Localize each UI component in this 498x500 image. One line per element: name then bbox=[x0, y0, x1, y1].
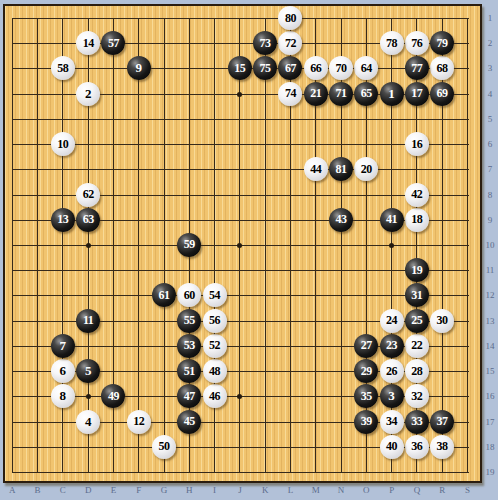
go-stone[interactable]: 63 bbox=[76, 208, 100, 232]
row-label: 4 bbox=[482, 89, 498, 100]
go-stone[interactable]: 53 bbox=[177, 334, 201, 358]
go-stone[interactable]: 38 bbox=[430, 435, 454, 459]
go-stone[interactable]: 11 bbox=[76, 309, 100, 333]
column-label: S bbox=[460, 485, 476, 496]
column-label: R bbox=[434, 485, 450, 496]
go-stone[interactable]: 37 bbox=[430, 410, 454, 434]
go-stone[interactable]: 54 bbox=[203, 283, 227, 307]
go-stone[interactable]: 81 bbox=[329, 157, 353, 181]
go-stone[interactable]: 76 bbox=[405, 31, 429, 55]
go-stone[interactable]: 61 bbox=[152, 283, 176, 307]
row-label: 2 bbox=[482, 38, 498, 49]
column-label: E bbox=[105, 485, 121, 496]
go-stone[interactable]: 9 bbox=[127, 56, 151, 80]
row-label: 9 bbox=[482, 215, 498, 226]
go-stone[interactable]: 4 bbox=[76, 410, 100, 434]
row-label: 19 bbox=[482, 467, 498, 478]
column-label: B bbox=[30, 485, 46, 496]
go-board[interactable]: 1234567891011121314151617181920212223242… bbox=[3, 4, 482, 483]
go-stone[interactable]: 6 bbox=[51, 359, 75, 383]
go-stone[interactable]: 18 bbox=[405, 208, 429, 232]
row-label: 5 bbox=[482, 114, 498, 125]
column-label: M bbox=[308, 485, 324, 496]
column-label: F bbox=[131, 485, 147, 496]
go-stone[interactable]: 30 bbox=[430, 309, 454, 333]
go-stone[interactable]: 55 bbox=[177, 309, 201, 333]
go-stone[interactable]: 52 bbox=[203, 334, 227, 358]
go-stone[interactable]: 23 bbox=[380, 334, 404, 358]
go-stone[interactable]: 45 bbox=[177, 410, 201, 434]
row-label: 10 bbox=[482, 240, 498, 251]
go-stone[interactable]: 50 bbox=[152, 435, 176, 459]
go-stone[interactable]: 66 bbox=[304, 56, 328, 80]
row-label: 16 bbox=[482, 391, 498, 402]
row-label: 1 bbox=[482, 13, 498, 24]
go-stone[interactable]: 64 bbox=[354, 56, 378, 80]
column-label: L bbox=[282, 485, 298, 496]
go-stone[interactable]: 69 bbox=[430, 82, 454, 106]
column-label: O bbox=[358, 485, 374, 496]
go-stone[interactable]: 71 bbox=[329, 82, 353, 106]
go-stone[interactable]: 33 bbox=[405, 410, 429, 434]
row-label: 11 bbox=[482, 265, 498, 276]
go-stone[interactable]: 44 bbox=[304, 157, 328, 181]
row-label: 8 bbox=[482, 190, 498, 201]
go-stone[interactable]: 26 bbox=[380, 359, 404, 383]
row-label: 3 bbox=[482, 63, 498, 74]
row-labels: 12345678910111213141516171819 bbox=[482, 0, 498, 500]
column-labels: ABCDEFGHIJKLMNOPQRS bbox=[0, 485, 498, 499]
go-stone[interactable]: 79 bbox=[430, 31, 454, 55]
go-stone[interactable]: 68 bbox=[430, 56, 454, 80]
go-stone[interactable]: 32 bbox=[405, 384, 429, 408]
go-stone[interactable]: 31 bbox=[405, 283, 429, 307]
go-stone[interactable]: 80 bbox=[278, 6, 302, 30]
column-label: C bbox=[55, 485, 71, 496]
column-label: P bbox=[384, 485, 400, 496]
go-stone[interactable]: 48 bbox=[203, 359, 227, 383]
go-stone[interactable]: 21 bbox=[304, 82, 328, 106]
go-stone[interactable]: 3 bbox=[380, 384, 404, 408]
go-stone[interactable]: 77 bbox=[405, 56, 429, 80]
go-stone[interactable]: 20 bbox=[354, 157, 378, 181]
column-label: N bbox=[333, 485, 349, 496]
go-stone[interactable]: 78 bbox=[380, 31, 404, 55]
go-stone[interactable]: 41 bbox=[380, 208, 404, 232]
go-stone[interactable]: 25 bbox=[405, 309, 429, 333]
column-label: D bbox=[80, 485, 96, 496]
column-label: G bbox=[156, 485, 172, 496]
go-stone[interactable]: 17 bbox=[405, 82, 429, 106]
go-stone[interactable]: 58 bbox=[51, 56, 75, 80]
go-stone[interactable]: 27 bbox=[354, 334, 378, 358]
go-stone[interactable]: 72 bbox=[278, 31, 302, 55]
column-label: Q bbox=[409, 485, 425, 496]
go-stone[interactable]: 1 bbox=[380, 82, 404, 106]
go-stone[interactable]: 28 bbox=[405, 359, 429, 383]
row-label: 7 bbox=[482, 164, 498, 175]
row-label: 6 bbox=[482, 139, 498, 150]
go-stone[interactable]: 24 bbox=[380, 309, 404, 333]
go-stone[interactable]: 57 bbox=[101, 31, 125, 55]
go-stone[interactable]: 62 bbox=[76, 183, 100, 207]
go-stone[interactable]: 36 bbox=[405, 435, 429, 459]
go-stone[interactable]: 47 bbox=[177, 384, 201, 408]
go-stone[interactable]: 49 bbox=[101, 384, 125, 408]
go-stone[interactable]: 51 bbox=[177, 359, 201, 383]
go-stone[interactable]: 22 bbox=[405, 334, 429, 358]
column-label: I bbox=[207, 485, 223, 496]
go-stone[interactable]: 60 bbox=[177, 283, 201, 307]
go-stone[interactable]: 15 bbox=[228, 56, 252, 80]
go-stone[interactable]: 14 bbox=[76, 31, 100, 55]
go-stone[interactable]: 35 bbox=[354, 384, 378, 408]
stones-grid: 1234567891011121314151617181920212223242… bbox=[0, 5, 480, 484]
go-stone[interactable]: 16 bbox=[405, 132, 429, 156]
row-label: 17 bbox=[482, 417, 498, 428]
go-stone[interactable]: 12 bbox=[127, 410, 151, 434]
go-stone[interactable]: 40 bbox=[380, 435, 404, 459]
go-stone[interactable]: 42 bbox=[405, 183, 429, 207]
row-label: 13 bbox=[482, 316, 498, 327]
go-diagram-page: 1234567891011121314151617181920212223242… bbox=[0, 0, 498, 500]
go-stone[interactable]: 7 bbox=[51, 334, 75, 358]
column-label: K bbox=[257, 485, 273, 496]
row-label: 12 bbox=[482, 290, 498, 301]
column-label: A bbox=[4, 485, 20, 496]
column-label: H bbox=[181, 485, 197, 496]
go-stone[interactable]: 34 bbox=[380, 410, 404, 434]
go-stone[interactable]: 56 bbox=[203, 309, 227, 333]
go-stone[interactable]: 13 bbox=[51, 208, 75, 232]
go-stone[interactable]: 2 bbox=[76, 82, 100, 106]
go-stone[interactable]: 39 bbox=[354, 410, 378, 434]
row-label: 18 bbox=[482, 442, 498, 453]
go-stone[interactable]: 67 bbox=[278, 56, 302, 80]
go-stone[interactable]: 19 bbox=[405, 258, 429, 282]
go-stone[interactable]: 5 bbox=[76, 359, 100, 383]
go-stone[interactable]: 8 bbox=[51, 384, 75, 408]
go-stone[interactable]: 46 bbox=[203, 384, 227, 408]
go-stone[interactable]: 65 bbox=[354, 82, 378, 106]
row-label: 15 bbox=[482, 366, 498, 377]
column-label: J bbox=[232, 485, 248, 496]
go-stone[interactable]: 70 bbox=[329, 56, 353, 80]
go-stone[interactable]: 74 bbox=[278, 82, 302, 106]
go-stone[interactable]: 59 bbox=[177, 233, 201, 257]
row-label: 14 bbox=[482, 341, 498, 352]
go-stone[interactable]: 10 bbox=[51, 132, 75, 156]
go-stone[interactable]: 75 bbox=[253, 56, 277, 80]
go-stone[interactable]: 29 bbox=[354, 359, 378, 383]
go-stone[interactable]: 73 bbox=[253, 31, 277, 55]
go-stone[interactable]: 43 bbox=[329, 208, 353, 232]
